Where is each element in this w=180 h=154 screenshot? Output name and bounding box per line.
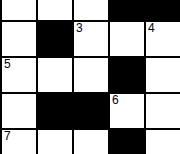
black-cell-r3c2: [74, 94, 108, 128]
white-cell-r0c2[interactable]: [74, 0, 108, 20]
black-cell-r3c1: [38, 94, 72, 128]
black-cell-r2c3: [110, 58, 144, 92]
clue-number: 4: [148, 22, 155, 35]
white-cell-r1c2[interactable]: 3: [74, 22, 108, 56]
white-cell-r3c4[interactable]: [146, 94, 180, 128]
crossword-screenshot: 34567: [0, 0, 180, 154]
clue-number: 5: [4, 58, 11, 71]
black-cell-r4c3: [110, 130, 144, 154]
white-cell-r0c1[interactable]: [38, 0, 72, 20]
crossword-grid: 34567: [0, 0, 180, 154]
white-cell-r4c4[interactable]: [146, 130, 180, 154]
white-cell-r3c3[interactable]: 6: [110, 94, 144, 128]
white-cell-r2c4[interactable]: [146, 58, 180, 92]
white-cell-r3c0[interactable]: [2, 94, 36, 128]
black-cell-r1c1: [38, 22, 72, 56]
clue-number: 3: [76, 22, 83, 35]
white-cell-r4c1[interactable]: [38, 130, 72, 154]
white-cell-r0c0[interactable]: [2, 0, 36, 20]
white-cell-r4c0[interactable]: 7: [2, 130, 36, 154]
white-cell-r1c0[interactable]: [2, 22, 36, 56]
white-cell-r2c1[interactable]: [38, 58, 72, 92]
white-cell-r2c0[interactable]: 5: [2, 58, 36, 92]
black-cell-r0c3: [110, 0, 144, 20]
clue-number: 7: [4, 130, 11, 143]
black-cell-r0c4: [146, 0, 180, 20]
white-cell-r1c4[interactable]: 4: [146, 22, 180, 56]
white-cell-r1c3[interactable]: [110, 22, 144, 56]
clue-number: 6: [112, 94, 119, 107]
white-cell-r2c2[interactable]: [74, 58, 108, 92]
white-cell-r4c2[interactable]: [74, 130, 108, 154]
